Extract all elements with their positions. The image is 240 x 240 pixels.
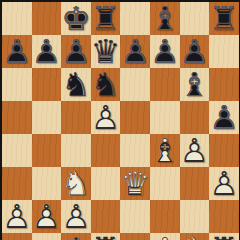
square-d7[interactable]: ♛♕ (91, 35, 121, 68)
square-h5[interactable]: ♟♙ (209, 101, 239, 134)
square-c2[interactable]: ♟♙ (61, 200, 91, 233)
piece-outline-layer: ♔ (61, 2, 91, 35)
square-f1[interactable]: ♝♗ (150, 233, 180, 240)
square-e2[interactable] (120, 200, 150, 233)
square-e4[interactable] (120, 134, 150, 167)
piece-outline-layer: ♗ (150, 233, 180, 240)
square-h7[interactable] (209, 35, 239, 68)
piece-outline-layer: ♔ (61, 233, 91, 240)
square-g4[interactable]: ♟♙ (180, 134, 210, 167)
piece-outline-layer: ♘ (180, 233, 210, 240)
piece-outline-layer: ♙ (91, 101, 121, 134)
white-pawn-piece[interactable]: ♟♙ (61, 200, 91, 233)
square-g3[interactable] (180, 167, 210, 200)
square-e1[interactable] (120, 233, 150, 240)
square-c1[interactable]: ♚♔ (61, 233, 91, 240)
white-rook-piece[interactable]: ♜♖ (91, 233, 121, 240)
white-pawn-piece[interactable]: ♟♙ (32, 200, 62, 233)
piece-outline-layer: ♙ (209, 167, 239, 200)
square-c6[interactable]: ♞♘ (61, 68, 91, 101)
piece-outline-layer: ♗ (150, 134, 180, 167)
square-a7[interactable]: ♟♙ (2, 35, 32, 68)
square-g2[interactable] (180, 200, 210, 233)
square-a8[interactable] (2, 2, 32, 35)
square-b2[interactable]: ♟♙ (32, 200, 62, 233)
piece-outline-layer: ♙ (32, 200, 62, 233)
piece-outline-layer: ♙ (180, 35, 210, 68)
square-e7[interactable]: ♟♙ (120, 35, 150, 68)
piece-outline-layer: ♙ (32, 35, 62, 68)
square-a3[interactable] (2, 167, 32, 200)
piece-outline-layer: ♙ (120, 35, 150, 68)
square-b1[interactable] (32, 233, 62, 240)
square-f3[interactable] (150, 167, 180, 200)
square-h3[interactable]: ♟♙ (209, 167, 239, 200)
square-f6[interactable] (150, 68, 180, 101)
black-pawn-piece[interactable]: ♟♙ (209, 101, 239, 134)
square-a4[interactable] (2, 134, 32, 167)
white-pawn-piece[interactable]: ♟♙ (180, 134, 210, 167)
black-bishop-piece[interactable]: ♝♗ (150, 2, 180, 35)
piece-outline-layer: ♙ (209, 101, 239, 134)
square-g7[interactable]: ♟♙ (180, 35, 210, 68)
square-d5[interactable]: ♟♙ (91, 101, 121, 134)
piece-outline-layer: ♙ (180, 134, 210, 167)
square-h2[interactable] (209, 200, 239, 233)
square-g8[interactable] (180, 2, 210, 35)
square-c3[interactable]: ♞♘ (61, 167, 91, 200)
square-d3[interactable] (91, 167, 121, 200)
square-b8[interactable] (32, 2, 62, 35)
black-king-piece[interactable]: ♚♔ (61, 2, 91, 35)
square-g1[interactable]: ♞♘ (180, 233, 210, 240)
square-a2[interactable]: ♟♙ (2, 200, 32, 233)
square-a5[interactable] (2, 101, 32, 134)
square-a6[interactable] (2, 68, 32, 101)
square-d2[interactable] (91, 200, 121, 233)
piece-outline-layer: ♗ (150, 2, 180, 35)
white-pawn-piece[interactable]: ♟♙ (91, 101, 121, 134)
piece-outline-layer: ♖ (91, 2, 121, 35)
square-b4[interactable] (32, 134, 62, 167)
white-bishop-piece[interactable]: ♝♗ (150, 134, 180, 167)
black-pawn-piece[interactable]: ♟♙ (150, 35, 180, 68)
board-frame: ♚♔♜♖♝♗♜♖♟♙♟♙♟♙♛♕♟♙♟♙♟♙♞♘♞♘♝♗♟♙♟♙♝♗♟♙♞♘♛♕… (0, 0, 240, 240)
black-knight-piece[interactable]: ♞♘ (61, 68, 91, 101)
square-h8[interactable]: ♜♖ (209, 2, 239, 35)
white-pawn-piece[interactable]: ♟♙ (209, 167, 239, 200)
square-a1[interactable] (2, 233, 32, 240)
square-c7[interactable]: ♟♙ (61, 35, 91, 68)
square-h4[interactable] (209, 134, 239, 167)
piece-outline-layer: ♙ (61, 35, 91, 68)
square-d1[interactable]: ♜♖ (91, 233, 121, 240)
piece-outline-layer: ♙ (150, 35, 180, 68)
black-rook-piece[interactable]: ♜♖ (209, 2, 239, 35)
square-e5[interactable] (120, 101, 150, 134)
white-pawn-piece[interactable]: ♟♙ (2, 200, 32, 233)
square-c5[interactable] (61, 101, 91, 134)
square-f4[interactable]: ♝♗ (150, 134, 180, 167)
square-c8[interactable]: ♚♔ (61, 2, 91, 35)
square-f8[interactable]: ♝♗ (150, 2, 180, 35)
black-rook-piece[interactable]: ♜♖ (91, 2, 121, 35)
square-f5[interactable] (150, 101, 180, 134)
piece-outline-layer: ♕ (91, 35, 121, 68)
square-b6[interactable] (32, 68, 62, 101)
square-e6[interactable] (120, 68, 150, 101)
white-queen-piece[interactable]: ♛♕ (120, 167, 150, 200)
piece-outline-layer: ♙ (61, 200, 91, 233)
black-bishop-piece[interactable]: ♝♗ (180, 68, 210, 101)
piece-outline-layer: ♘ (91, 68, 121, 101)
square-g5[interactable] (180, 101, 210, 134)
piece-outline-layer: ♙ (2, 200, 32, 233)
square-c4[interactable] (61, 134, 91, 167)
chess-board: ♚♔♜♖♝♗♜♖♟♙♟♙♟♙♛♕♟♙♟♙♟♙♞♘♞♘♝♗♟♙♟♙♝♗♟♙♞♘♛♕… (2, 2, 238, 238)
square-b3[interactable] (32, 167, 62, 200)
square-b5[interactable] (32, 101, 62, 134)
piece-outline-layer: ♖ (209, 233, 239, 240)
square-d6[interactable]: ♞♘ (91, 68, 121, 101)
square-e8[interactable] (120, 2, 150, 35)
white-knight-piece[interactable]: ♞♘ (180, 233, 210, 240)
white-knight-piece[interactable]: ♞♘ (61, 167, 91, 200)
piece-outline-layer: ♘ (61, 167, 91, 200)
square-d8[interactable]: ♜♖ (91, 2, 121, 35)
piece-outline-layer: ♕ (120, 167, 150, 200)
square-h6[interactable] (209, 68, 239, 101)
square-h1[interactable]: ♜♖ (209, 233, 239, 240)
white-bishop-piece[interactable]: ♝♗ (150, 233, 180, 240)
piece-outline-layer: ♖ (209, 2, 239, 35)
square-e3[interactable]: ♛♕ (120, 167, 150, 200)
black-pawn-piece[interactable]: ♟♙ (120, 35, 150, 68)
square-f7[interactable]: ♟♙ (150, 35, 180, 68)
square-f2[interactable] (150, 200, 180, 233)
white-rook-piece[interactable]: ♜♖ (209, 233, 239, 240)
square-d4[interactable] (91, 134, 121, 167)
square-b7[interactable]: ♟♙ (32, 35, 62, 68)
black-pawn-piece[interactable]: ♟♙ (32, 35, 62, 68)
piece-outline-layer: ♖ (91, 233, 121, 240)
black-pawn-piece[interactable]: ♟♙ (61, 35, 91, 68)
piece-outline-layer: ♘ (61, 68, 91, 101)
piece-outline-layer: ♙ (2, 35, 32, 68)
white-king-piece[interactable]: ♚♔ (61, 233, 91, 240)
black-pawn-piece[interactable]: ♟♙ (180, 35, 210, 68)
black-knight-piece[interactable]: ♞♘ (91, 68, 121, 101)
square-g6[interactable]: ♝♗ (180, 68, 210, 101)
black-queen-piece[interactable]: ♛♕ (91, 35, 121, 68)
black-pawn-piece[interactable]: ♟♙ (2, 35, 32, 68)
piece-outline-layer: ♗ (180, 68, 210, 101)
